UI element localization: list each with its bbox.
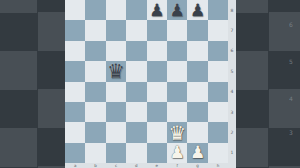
screenshot-stage: 6543 ♟♟♟♛♛♟♟ 87654321 abcdefgh	[0, 0, 300, 168]
square-b1[interactable]	[85, 143, 105, 163]
square-c6[interactable]	[106, 41, 126, 61]
square-b6[interactable]	[85, 41, 105, 61]
square-g7[interactable]	[187, 20, 207, 40]
file-label-d: d	[126, 163, 146, 168]
square-b7[interactable]	[85, 20, 105, 40]
chess-board-block: ♟♟♟♛♛♟♟ 87654321 abcdefgh	[65, 0, 236, 168]
chess-board[interactable]: ♟♟♟♛♛♟♟	[65, 0, 228, 163]
square-a5[interactable]	[65, 61, 85, 81]
file-label-e: e	[147, 163, 167, 168]
file-label-h: h	[208, 163, 228, 168]
square-h1[interactable]	[208, 143, 228, 163]
square-d6[interactable]	[126, 41, 146, 61]
square-h7[interactable]	[208, 20, 228, 40]
piece-black-pawn-f8[interactable]: ♟	[167, 0, 187, 20]
square-b2[interactable]	[85, 122, 105, 142]
background-rank-numeral: 4	[289, 96, 299, 102]
square-h6[interactable]	[208, 41, 228, 61]
rank-label-3: 3	[228, 102, 235, 122]
piece-black-queen-c5[interactable]: ♛	[106, 61, 126, 81]
square-d4[interactable]	[126, 82, 146, 102]
square-e7[interactable]	[147, 20, 167, 40]
square-a1[interactable]	[65, 143, 85, 163]
file-label-b: b	[85, 163, 105, 168]
square-e5[interactable]	[147, 61, 167, 81]
square-g3[interactable]	[187, 102, 207, 122]
file-label-a: a	[65, 163, 85, 168]
square-d7[interactable]	[126, 20, 146, 40]
square-c2[interactable]	[106, 122, 126, 142]
square-e3[interactable]	[147, 102, 167, 122]
rank-labels-strip: 87654321	[228, 0, 235, 163]
square-b5[interactable]	[85, 61, 105, 81]
rank-label-1: 1	[228, 143, 235, 163]
square-h8[interactable]	[208, 0, 228, 20]
square-a8[interactable]	[65, 0, 85, 20]
rank-label-8: 8	[228, 0, 235, 20]
square-d8[interactable]	[126, 0, 146, 20]
square-e1[interactable]	[147, 143, 167, 163]
file-label-f: f	[167, 163, 187, 168]
piece-white-pawn-g1[interactable]: ♟	[187, 143, 207, 163]
square-c3[interactable]	[106, 102, 126, 122]
rank-label-7: 7	[228, 20, 235, 40]
square-e6[interactable]	[147, 41, 167, 61]
square-d2[interactable]	[126, 122, 146, 142]
square-b3[interactable]	[85, 102, 105, 122]
rank-label-4: 4	[228, 82, 235, 102]
rank-label-2: 2	[228, 122, 235, 142]
file-label-g: g	[187, 163, 207, 168]
square-g5[interactable]	[187, 61, 207, 81]
square-e2[interactable]	[147, 122, 167, 142]
square-b4[interactable]	[85, 82, 105, 102]
square-a3[interactable]	[65, 102, 85, 122]
square-h2[interactable]	[208, 122, 228, 142]
background-rank-numeral: 5	[289, 59, 299, 65]
square-e4[interactable]	[147, 82, 167, 102]
square-d3[interactable]	[126, 102, 146, 122]
square-f7[interactable]	[167, 20, 187, 40]
piece-black-pawn-g8[interactable]: ♟	[187, 0, 207, 20]
square-d5[interactable]	[126, 61, 146, 81]
square-c7[interactable]	[106, 20, 126, 40]
square-a6[interactable]	[65, 41, 85, 61]
square-a7[interactable]	[65, 20, 85, 40]
square-c1[interactable]	[106, 143, 126, 163]
file-label-c: c	[106, 163, 126, 168]
square-h3[interactable]	[208, 102, 228, 122]
square-f4[interactable]	[167, 82, 187, 102]
square-f3[interactable]	[167, 102, 187, 122]
piece-black-pawn-e8[interactable]: ♟	[147, 0, 167, 20]
file-labels-strip: abcdefgh	[65, 163, 228, 168]
square-g6[interactable]	[187, 41, 207, 61]
square-g4[interactable]	[187, 82, 207, 102]
square-b8[interactable]	[85, 0, 105, 20]
rank-label-6: 6	[228, 41, 235, 61]
square-c8[interactable]	[106, 0, 126, 20]
square-c4[interactable]	[106, 82, 126, 102]
square-g2[interactable]	[187, 122, 207, 142]
square-h5[interactable]	[208, 61, 228, 81]
square-h4[interactable]	[208, 82, 228, 102]
square-f6[interactable]	[167, 41, 187, 61]
background-rank-numeral: 6	[289, 22, 299, 28]
piece-white-pawn-f1[interactable]: ♟	[167, 143, 187, 163]
square-d1[interactable]	[126, 143, 146, 163]
rank-label-5: 5	[228, 61, 235, 81]
square-a4[interactable]	[65, 82, 85, 102]
background-rank-numeral: 3	[289, 130, 299, 136]
square-a2[interactable]	[65, 122, 85, 142]
piece-white-queen-f2[interactable]: ♛	[167, 122, 187, 142]
square-f5[interactable]	[167, 61, 187, 81]
